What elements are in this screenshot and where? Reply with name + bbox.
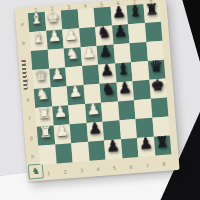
piece-black-pawn[interactable]: ♟: [137, 134, 155, 154]
square-b1[interactable]: ♝: [29, 31, 47, 51]
square-f8[interactable]: [150, 98, 168, 118]
piece-black-bishop[interactable]: ♝: [114, 59, 132, 79]
rank-label: 4: [90, 167, 107, 173]
square-e7[interactable]: [132, 80, 150, 100]
square-b7[interactable]: [128, 23, 146, 43]
board-grid: ♝♚♟♝♜♝♟♟♞♟♞♟♟♛♟♟♝♛♞♟♞♟♚♜♟♟♜♟♟♟♟♜: [28, 3, 172, 165]
square-a8[interactable]: ♜: [143, 3, 161, 23]
piece-white-bishop[interactable]: ♝: [28, 9, 46, 29]
square-h1[interactable]: [38, 144, 56, 164]
piece-white-rook[interactable]: ♜: [37, 123, 55, 143]
square-b2[interactable]: ♟: [46, 30, 64, 50]
knight-emblem-icon: ♞: [28, 163, 44, 179]
square-h7[interactable]: ♟: [137, 137, 155, 157]
square-d2[interactable]: ♟: [49, 67, 67, 87]
piece-white-bishop[interactable]: ♝: [29, 28, 47, 48]
file-label: f: [24, 108, 34, 128]
square-e3[interactable]: ♟: [67, 85, 85, 105]
rank-label: 6: [123, 164, 140, 170]
square-e5[interactable]: ♞: [100, 82, 118, 102]
piece-black-king[interactable]: ♚: [149, 76, 167, 96]
square-b6[interactable]: ♟: [112, 24, 130, 44]
piece-white-knight[interactable]: ♞: [34, 85, 52, 105]
piece-black-pawn[interactable]: ♟: [96, 42, 114, 62]
piece-black-pawn[interactable]: ♟: [116, 78, 134, 98]
square-h8[interactable]: ♜: [153, 135, 171, 155]
square-h4[interactable]: [88, 141, 106, 161]
square-g4[interactable]: ♟: [86, 122, 104, 142]
square-g6[interactable]: [119, 119, 137, 139]
square-g3[interactable]: [70, 123, 88, 143]
square-d7[interactable]: [131, 61, 149, 81]
piece-white-pawn[interactable]: ♟: [46, 27, 64, 47]
rank-label: 8: [155, 161, 172, 167]
piece-white-pawn[interactable]: ♟: [66, 82, 84, 102]
file-label: g: [26, 127, 36, 147]
file-label: b: [18, 32, 28, 52]
piece-black-knight[interactable]: ♞: [99, 79, 117, 99]
piece-black-pawn[interactable]: ♟: [110, 2, 128, 22]
piece-black-pawn[interactable]: ♟: [104, 136, 122, 156]
piece-black-rook[interactable]: ♜: [143, 0, 161, 20]
piece-white-queen[interactable]: ♛: [32, 66, 50, 86]
square-g1[interactable]: ♜: [37, 126, 55, 146]
piece-black-rook[interactable]: ♜: [153, 132, 171, 152]
rank-label: 5: [106, 165, 123, 171]
square-b8[interactable]: [144, 22, 162, 42]
piece-black-queen[interactable]: ♛: [147, 57, 165, 77]
square-h3[interactable]: [71, 142, 89, 162]
square-c7[interactable]: [130, 42, 148, 62]
piece-black-pawn[interactable]: ♟: [111, 21, 129, 41]
file-label: e: [23, 89, 33, 109]
piece-black-pawn[interactable]: ♟: [86, 119, 104, 139]
square-a7[interactable]: ♝: [127, 4, 145, 24]
square-d4[interactable]: [82, 65, 100, 85]
file-label: a: [17, 13, 27, 33]
piece-white-pawn[interactable]: ♟: [53, 121, 71, 141]
rank-label: 7: [139, 163, 156, 169]
piece-white-pawn[interactable]: ♟: [49, 64, 67, 84]
square-h5[interactable]: ♟: [104, 139, 122, 159]
file-label: h: [27, 146, 37, 166]
piece-white-knight[interactable]: ♞: [63, 44, 81, 64]
square-e8[interactable]: ♚: [149, 79, 167, 99]
square-g2[interactable]: ♟: [53, 124, 71, 144]
piece-black-pawn[interactable]: ♟: [98, 61, 116, 81]
piece-white-pawn[interactable]: ♟: [80, 43, 98, 63]
square-c4[interactable]: ♟: [80, 46, 98, 66]
piece-white-rook[interactable]: ♜: [35, 104, 53, 124]
piece-white-pawn[interactable]: ♟: [84, 100, 102, 120]
chess-board: 12345678 abcdefgh ♝♚♟♝♜♝♟♟♞♟♞♟♟♛♟♟♝♛♞♟♞♟…: [14, 0, 179, 182]
square-f7[interactable]: [134, 99, 152, 119]
rank-label: 2: [57, 169, 74, 175]
piece-white-pawn[interactable]: ♟: [52, 102, 70, 122]
square-c3[interactable]: ♞: [64, 47, 82, 67]
piece-white-king[interactable]: ♚: [44, 8, 62, 28]
square-f5[interactable]: [101, 101, 119, 121]
rank-label: 3: [73, 168, 90, 174]
square-f3[interactable]: [68, 104, 86, 124]
photo-background: 12345678 abcdefgh ♝♚♟♝♜♝♟♟♞♟♞♟♟♛♟♟♝♛♞♟♞♟…: [0, 0, 200, 200]
dark-object-top-right: [174, 0, 200, 62]
square-h2[interactable]: [55, 143, 73, 163]
piece-white-pawn[interactable]: ♟: [62, 25, 80, 45]
piece-black-knight[interactable]: ♞: [95, 23, 113, 43]
piece-black-bishop[interactable]: ♝: [126, 1, 144, 21]
square-h6[interactable]: [121, 138, 139, 158]
square-a4[interactable]: [77, 8, 95, 28]
square-e6[interactable]: ♟: [116, 81, 134, 101]
square-f6[interactable]: [118, 100, 136, 120]
